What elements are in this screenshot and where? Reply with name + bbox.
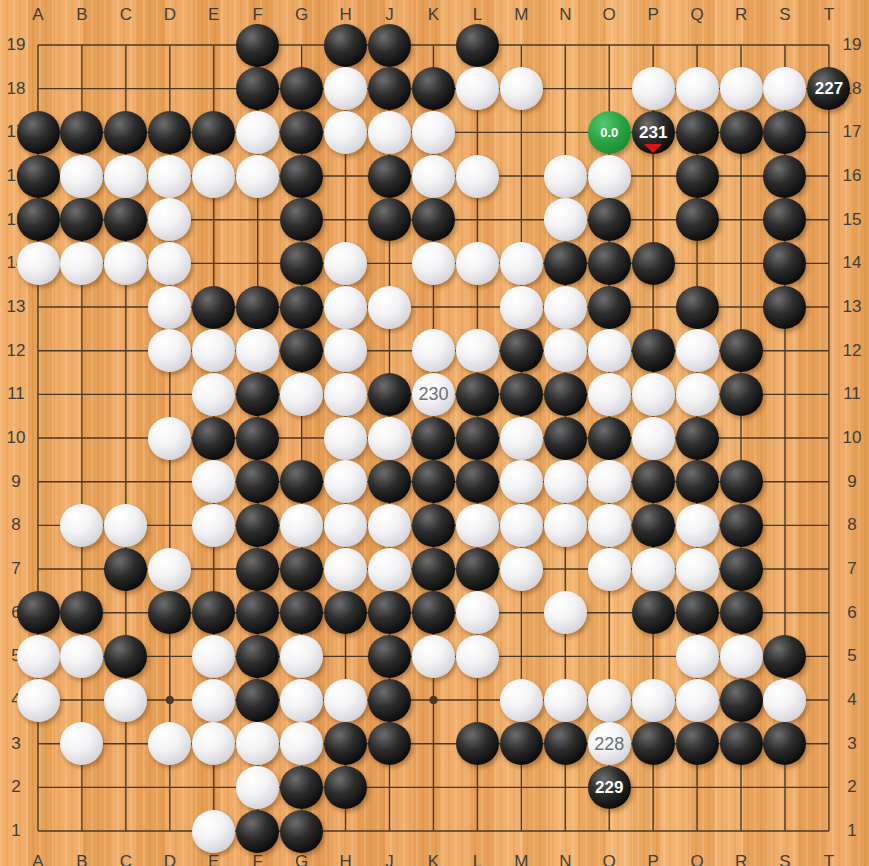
stone-black-F10[interactable] [236,417,279,460]
stone-white-L5[interactable] [456,635,499,678]
coord-bottom-N: N [559,852,571,866]
stone-white-M8[interactable] [500,504,543,547]
stone-white-D7[interactable] [148,548,191,591]
stone-black-Q9[interactable] [676,460,719,503]
stone-black-F13[interactable] [236,286,279,329]
stone-black-Q3[interactable] [676,722,719,765]
stone-black-R9[interactable] [720,460,763,503]
stone-black-F8[interactable] [236,504,279,547]
stone-black-J19[interactable] [368,24,411,67]
move-number-P17: 231 [639,124,667,141]
coord-right-7: 7 [847,559,856,579]
coord-bottom-E: E [208,852,219,866]
stone-white-G4[interactable] [280,679,323,722]
stone-white-P7[interactable] [632,548,675,591]
coord-top-P: P [647,5,658,25]
stone-black-P9[interactable] [632,460,675,503]
stone-white-P11[interactable] [632,373,675,416]
stone-black-S16[interactable] [763,155,806,198]
stone-black-A17[interactable] [17,111,60,154]
stone-white-C16[interactable] [104,155,147,198]
coord-top-Q: Q [690,5,703,25]
stone-white-O9[interactable] [588,460,631,503]
coord-right-10: 10 [843,428,862,448]
stone-black-L19[interactable] [456,24,499,67]
stone-black-J18[interactable] [368,67,411,110]
stone-white-B8[interactable] [60,504,103,547]
stone-white-O3[interactable]: 228 [588,722,631,765]
stone-black-A16[interactable] [17,155,60,198]
stone-black-J9[interactable] [368,460,411,503]
coord-left-10: 10 [7,428,26,448]
coord-right-11: 11 [843,384,861,404]
stone-black-R11[interactable] [720,373,763,416]
stone-black-M12[interactable] [500,329,543,372]
stone-white-L12[interactable] [456,329,499,372]
stone-white-M7[interactable] [500,548,543,591]
coord-left-1: 1 [11,821,20,841]
coord-top-D: D [164,5,176,25]
stone-black-K7[interactable] [412,548,455,591]
stone-black-P6[interactable] [632,591,675,634]
stone-white-O8[interactable] [588,504,631,547]
coord-right-15: 15 [843,210,862,230]
coord-left-19: 19 [7,35,26,55]
stone-white-L6[interactable] [456,591,499,634]
coord-bottom-Q: Q [690,852,703,866]
stone-black-Q6[interactable] [676,591,719,634]
move-number-O2: 229 [595,779,623,796]
coord-bottom-M: M [514,852,528,866]
stone-white-K17[interactable] [412,111,455,154]
stone-black-L3[interactable] [456,722,499,765]
coord-top-J: J [385,5,394,25]
stone-white-M10[interactable] [500,417,543,460]
stone-white-M14[interactable] [500,242,543,285]
stone-white-N12[interactable] [544,329,587,372]
stone-black-C17[interactable] [104,111,147,154]
stone-white-D10[interactable] [148,417,191,460]
stone-black-R7[interactable] [720,548,763,591]
stone-black-J15[interactable] [368,198,411,241]
stone-white-A14[interactable] [17,242,60,285]
move-number-T18: 227 [815,80,843,97]
coord-top-F: F [252,5,262,25]
stone-black-F4[interactable] [236,679,279,722]
stone-white-Q11[interactable] [676,373,719,416]
stone-black-E10[interactable] [192,417,235,460]
stone-black-H3[interactable] [324,722,367,765]
stone-black-J16[interactable] [368,155,411,198]
stone-black-R6[interactable] [720,591,763,634]
coord-right-14: 14 [843,253,862,273]
stone-white-D16[interactable] [148,155,191,198]
stone-black-K6[interactable] [412,591,455,634]
stone-white-H10[interactable] [324,417,367,460]
stone-white-N16[interactable] [544,155,587,198]
coord-top-T: T [824,5,834,25]
stone-black-P12[interactable] [632,329,675,372]
stone-black-B17[interactable] [60,111,103,154]
coord-right-12: 12 [843,341,862,361]
stone-white-J13[interactable] [368,286,411,329]
stone-black-L7[interactable] [456,548,499,591]
coord-right-13: 13 [843,297,862,317]
coord-right-19: 19 [843,35,862,55]
coord-bottom-O: O [603,852,616,866]
stone-black-O14[interactable] [588,242,631,285]
stone-black-Q10[interactable] [676,417,719,460]
coord-top-S: S [779,5,790,25]
stone-white-H8[interactable] [324,504,367,547]
coord-top-B: B [76,5,87,25]
stone-white-P10[interactable] [632,417,675,460]
coord-left-13: 13 [7,297,26,317]
stone-white-R5[interactable] [720,635,763,678]
stone-black-P8[interactable] [632,504,675,547]
stone-black-J3[interactable] [368,722,411,765]
coord-bottom-R: R [735,852,747,866]
stone-white-A5[interactable] [17,635,60,678]
stone-white-Q4[interactable] [676,679,719,722]
coord-left-8: 8 [11,515,20,535]
coord-left-7: 7 [11,559,20,579]
stone-black-R3[interactable] [720,722,763,765]
stone-black-O10[interactable] [588,417,631,460]
stone-black-A6[interactable] [17,591,60,634]
coord-right-6: 6 [847,603,856,623]
stone-black-L11[interactable] [456,373,499,416]
stone-white-H17[interactable] [324,111,367,154]
stone-white-M4[interactable] [500,679,543,722]
stone-black-H2[interactable] [324,766,367,809]
coord-right-5: 5 [847,646,856,666]
stone-black-J4[interactable] [368,679,411,722]
stone-white-E4[interactable] [192,679,235,722]
stone-white-H12[interactable] [324,329,367,372]
stone-white-D13[interactable] [148,286,191,329]
coord-left-18: 18 [7,79,26,99]
stone-black-S17[interactable] [763,111,806,154]
stone-black-S13[interactable] [763,286,806,329]
coord-right-17: 17 [843,122,862,142]
coord-top-M: M [514,5,528,25]
stone-black-G16[interactable] [280,155,323,198]
stone-white-E11[interactable] [192,373,235,416]
stone-black-P3[interactable] [632,722,675,765]
coord-bottom-B: B [76,852,87,866]
stone-black-P14[interactable] [632,242,675,285]
stone-black-F7[interactable] [236,548,279,591]
stone-black-R12[interactable] [720,329,763,372]
coord-left-9: 9 [11,472,20,492]
stone-white-C4[interactable] [104,679,147,722]
coord-top-R: R [735,5,747,25]
stone-white-N6[interactable] [544,591,587,634]
stone-white-O11[interactable] [588,373,631,416]
coord-bottom-L: L [473,852,482,866]
stone-white-F16[interactable] [236,155,279,198]
stone-white-C8[interactable] [104,504,147,547]
coord-right-9: 9 [847,472,856,492]
stone-black-K18[interactable] [412,67,455,110]
stone-white-B14[interactable] [60,242,103,285]
stone-black-O15[interactable] [588,198,631,241]
stone-white-O16[interactable] [588,155,631,198]
stone-black-D17[interactable] [148,111,191,154]
stone-white-N15[interactable] [544,198,587,241]
stone-white-C14[interactable] [104,242,147,285]
stone-black-G17[interactable] [280,111,323,154]
stone-white-G11[interactable] [280,373,323,416]
coord-bottom-D: D [164,852,176,866]
stone-black-J6[interactable] [368,591,411,634]
stone-black-J11[interactable] [368,373,411,416]
stone-white-H18[interactable] [324,67,367,110]
stone-white-E1[interactable] [192,810,235,853]
stone-white-F17[interactable] [236,111,279,154]
stone-black-G13[interactable] [280,286,323,329]
stone-black-K8[interactable] [412,504,455,547]
stone-white-K11[interactable]: 230 [412,373,455,416]
move-number-O17: 0.0 [600,126,618,139]
coord-bottom-G: G [295,852,308,866]
stone-white-H11[interactable] [324,373,367,416]
stone-white-O12[interactable] [588,329,631,372]
stone-black-R17[interactable] [720,111,763,154]
stone-black-K10[interactable] [412,417,455,460]
stone-black-O13[interactable] [588,286,631,329]
stone-white-K5[interactable] [412,635,455,678]
stone-black-H6[interactable] [324,591,367,634]
coord-bottom-S: S [779,852,790,866]
stone-black-G18[interactable] [280,67,323,110]
stone-white-Q12[interactable] [676,329,719,372]
stone-white-O7[interactable] [588,548,631,591]
stone-black-G15[interactable] [280,198,323,241]
stone-white-E16[interactable] [192,155,235,198]
stone-black-R4[interactable] [720,679,763,722]
stone-black-E17[interactable] [192,111,235,154]
coord-top-O: O [603,5,616,25]
coord-bottom-P: P [647,852,658,866]
coord-top-C: C [120,5,132,25]
stone-black-F11[interactable] [236,373,279,416]
stone-white-N4[interactable] [544,679,587,722]
go-board[interactable]: AABBCCDDEEFFGGHHJJKKLLMMNNOOPPQQRRSSTT19… [0,0,869,866]
stone-white-E5[interactable] [192,635,235,678]
coord-top-H: H [339,5,351,25]
stone-black-F5[interactable] [236,635,279,678]
stone-white-N8[interactable] [544,504,587,547]
stone-white-J7[interactable] [368,548,411,591]
stone-black-G14[interactable] [280,242,323,285]
stone-white-J17[interactable] [368,111,411,154]
stone-black-K9[interactable] [412,460,455,503]
stone-black-N14[interactable] [544,242,587,285]
stone-white-Q8[interactable] [676,504,719,547]
stone-black-E13[interactable] [192,286,235,329]
stone-black-A15[interactable] [17,198,60,241]
coord-top-E: E [208,5,219,25]
stone-white-J10[interactable] [368,417,411,460]
coord-top-K: K [428,5,439,25]
stone-white-B16[interactable] [60,155,103,198]
stone-black-M3[interactable] [500,722,543,765]
coord-right-16: 16 [843,166,862,186]
coord-bottom-C: C [120,852,132,866]
stone-black-P17[interactable]: 231 [632,111,675,154]
coord-right-8: 8 [847,515,856,535]
stone-white-A4[interactable] [17,679,60,722]
coord-bottom-K: K [428,852,439,866]
stone-black-N11[interactable] [544,373,587,416]
coord-bottom-T: T [824,852,834,866]
stone-black-N10[interactable] [544,417,587,460]
coord-left-11: 11 [7,384,25,404]
stone-black-C5[interactable] [104,635,147,678]
coord-right-3: 3 [847,734,856,754]
stone-white-P18[interactable] [632,67,675,110]
stone-white-G8[interactable] [280,504,323,547]
stone-black-K15[interactable] [412,198,455,241]
stone-white-R18[interactable] [720,67,763,110]
stone-black-F1[interactable] [236,810,279,853]
stone-black-O2[interactable]: 229 [588,766,631,809]
stone-white-M18[interactable] [500,67,543,110]
coord-left-12: 12 [7,341,26,361]
stone-white-L8[interactable] [456,504,499,547]
stone-black-Q17[interactable] [676,111,719,154]
stone-black-H19[interactable] [324,24,367,67]
stone-black-L9[interactable] [456,460,499,503]
stone-black-N3[interactable] [544,722,587,765]
stone-white-H13[interactable] [324,286,367,329]
stone-black-G2[interactable] [280,766,323,809]
coord-left-2: 2 [11,777,20,797]
stone-white-S4[interactable] [763,679,806,722]
stone-white-J8[interactable] [368,504,411,547]
stone-white-D14[interactable] [148,242,191,285]
coord-top-A: A [32,5,43,25]
stone-white-L18[interactable] [456,67,499,110]
last-move-red-triangle-icon [644,144,662,153]
stone-black-R8[interactable] [720,504,763,547]
stone-black-Q15[interactable] [676,198,719,241]
stone-black-J5[interactable] [368,635,411,678]
stone-white-F2[interactable] [236,766,279,809]
stone-black-F19[interactable] [236,24,279,67]
coord-right-2: 2 [847,777,856,797]
stone-black-G1[interactable] [280,810,323,853]
stone-white-H14[interactable] [324,242,367,285]
stone-white-O4[interactable] [588,679,631,722]
move-number-O3: 228 [594,735,624,753]
stone-white-E8[interactable] [192,504,235,547]
coord-bottom-J: J [385,852,394,866]
move-number-K11: 230 [418,385,448,403]
stone-white-L14[interactable] [456,242,499,285]
stone-black-C7[interactable] [104,548,147,591]
stone-white-Q18[interactable] [676,67,719,110]
stone-white-N13[interactable] [544,286,587,329]
stone-white-N9[interactable] [544,460,587,503]
stone-white-M13[interactable] [500,286,543,329]
stone-black-M11[interactable] [500,373,543,416]
coord-top-G: G [295,5,308,25]
coord-bottom-F: F [252,852,262,866]
stone-black-L10[interactable] [456,417,499,460]
stone-black-G7[interactable] [280,548,323,591]
coord-bottom-A: A [32,852,43,866]
stone-black-Q13[interactable] [676,286,719,329]
coord-right-4: 4 [847,690,856,710]
coord-top-N: N [559,5,571,25]
stone-white-K16[interactable] [412,155,455,198]
stone-white-L16[interactable] [456,155,499,198]
stone-white-Q5[interactable] [676,635,719,678]
coord-top-L: L [473,5,482,25]
coord-right-1: 1 [847,821,856,841]
stone-black-Q16[interactable] [676,155,719,198]
stone-white-M9[interactable] [500,460,543,503]
stone-white-K14[interactable] [412,242,455,285]
stone-white-K12[interactable] [412,329,455,372]
stone-white-H4[interactable] [324,679,367,722]
stone-white-Q7[interactable] [676,548,719,591]
stone-green-O17[interactable]: 0.0 [588,111,631,154]
stone-white-H9[interactable] [324,460,367,503]
stone-white-G5[interactable] [280,635,323,678]
coord-left-3: 3 [11,734,20,754]
stone-white-H7[interactable] [324,548,367,591]
coord-bottom-H: H [339,852,351,866]
stone-white-P4[interactable] [632,679,675,722]
